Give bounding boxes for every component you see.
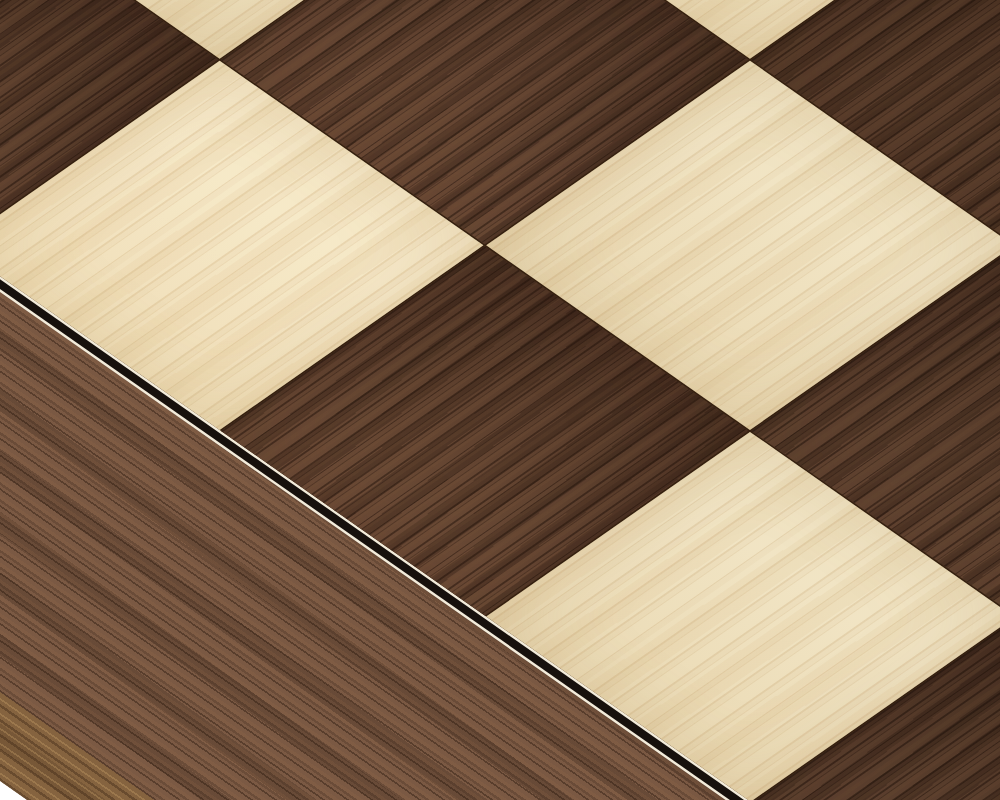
photo-background xyxy=(0,0,1000,800)
chess-board xyxy=(0,0,1000,800)
